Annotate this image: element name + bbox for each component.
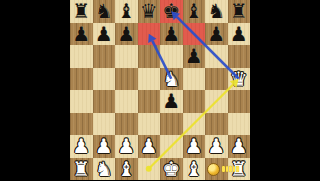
square-d3[interactable] xyxy=(138,113,161,136)
square-e3[interactable] xyxy=(160,113,183,136)
square-b5[interactable] xyxy=(93,68,116,91)
square-a8[interactable]: ♜ xyxy=(70,0,93,23)
square-a3[interactable] xyxy=(70,113,93,136)
square-b2[interactable]: ♟ xyxy=(93,135,116,158)
square-h6[interactable] xyxy=(228,45,251,68)
chess-board: ♜♞♝♛♚♝♞♜♟♟♟♟♟♟♟♞♛♟♟♟♟♟♟♟♟♜♞♝♚♝♜ xyxy=(70,0,250,180)
square-d7[interactable] xyxy=(138,23,161,46)
square-c3[interactable] xyxy=(115,113,138,136)
square-e2[interactable] xyxy=(160,135,183,158)
white-pawn[interactable]: ♟ xyxy=(95,136,113,156)
square-e4[interactable]: ♟ xyxy=(160,90,183,113)
square-g1[interactable] xyxy=(205,158,228,181)
square-h2[interactable]: ♟ xyxy=(228,135,251,158)
square-g6[interactable] xyxy=(205,45,228,68)
square-d5[interactable] xyxy=(138,68,161,91)
black-king[interactable]: ♚ xyxy=(162,1,180,21)
square-b4[interactable] xyxy=(93,90,116,113)
square-d4[interactable] xyxy=(138,90,161,113)
square-e6[interactable] xyxy=(160,45,183,68)
black-rook[interactable]: ♜ xyxy=(72,1,90,21)
square-c2[interactable]: ♟ xyxy=(115,135,138,158)
square-d2[interactable]: ♟ xyxy=(138,135,161,158)
square-g8[interactable]: ♞ xyxy=(205,0,228,23)
square-b7[interactable]: ♟ xyxy=(93,23,116,46)
square-h7[interactable]: ♟ xyxy=(228,23,251,46)
square-b8[interactable]: ♞ xyxy=(93,0,116,23)
black-pawn[interactable]: ♟ xyxy=(95,23,113,43)
square-g3[interactable] xyxy=(205,113,228,136)
letterbox-left xyxy=(0,0,70,180)
square-d6[interactable] xyxy=(138,45,161,68)
square-h4[interactable] xyxy=(228,90,251,113)
board-grid: ♜♞♝♛♚♝♞♜♟♟♟♟♟♟♟♞♛♟♟♟♟♟♟♟♟♜♞♝♚♝♜ xyxy=(70,0,250,180)
square-h3[interactable] xyxy=(228,113,251,136)
square-a7[interactable]: ♟ xyxy=(70,23,93,46)
square-e8[interactable]: ♚ xyxy=(160,0,183,23)
square-f8[interactable]: ♝ xyxy=(183,0,206,23)
square-c4[interactable] xyxy=(115,90,138,113)
black-bishop[interactable]: ♝ xyxy=(185,1,203,21)
square-a4[interactable] xyxy=(70,90,93,113)
square-c1[interactable]: ♝ xyxy=(115,158,138,181)
square-e7[interactable]: ♟ xyxy=(160,23,183,46)
black-knight[interactable]: ♞ xyxy=(95,1,113,21)
black-pawn[interactable]: ♟ xyxy=(72,23,90,43)
square-f6[interactable]: ♟ xyxy=(183,45,206,68)
black-rook[interactable]: ♜ xyxy=(230,1,248,21)
black-pawn[interactable]: ♟ xyxy=(230,23,248,43)
square-d1[interactable] xyxy=(138,158,161,181)
square-f5[interactable] xyxy=(183,68,206,91)
square-b3[interactable] xyxy=(93,113,116,136)
square-a2[interactable]: ♟ xyxy=(70,135,93,158)
white-knight[interactable]: ♞ xyxy=(162,68,180,88)
white-rook[interactable]: ♜ xyxy=(230,158,248,178)
black-pawn[interactable]: ♟ xyxy=(185,46,203,66)
black-bishop[interactable]: ♝ xyxy=(117,1,135,21)
square-h1[interactable]: ♜ xyxy=(228,158,251,181)
square-f7[interactable] xyxy=(183,23,206,46)
white-queen[interactable]: ♛ xyxy=(230,68,248,88)
white-knight[interactable]: ♞ xyxy=(95,158,113,178)
square-f2[interactable]: ♟ xyxy=(183,135,206,158)
white-rook[interactable]: ♜ xyxy=(72,158,90,178)
square-e5[interactable]: ♞ xyxy=(160,68,183,91)
square-b1[interactable]: ♞ xyxy=(93,158,116,181)
square-g4[interactable] xyxy=(205,90,228,113)
square-e1[interactable]: ♚ xyxy=(160,158,183,181)
square-f4[interactable] xyxy=(183,90,206,113)
square-c8[interactable]: ♝ xyxy=(115,0,138,23)
square-a1[interactable]: ♜ xyxy=(70,158,93,181)
white-pawn[interactable]: ♟ xyxy=(140,136,158,156)
square-g5[interactable] xyxy=(205,68,228,91)
white-bishop[interactable]: ♝ xyxy=(117,158,135,178)
square-b6[interactable] xyxy=(93,45,116,68)
black-pawn[interactable]: ♟ xyxy=(162,23,180,43)
video-frame: ♜♞♝♛♚♝♞♜♟♟♟♟♟♟♟♞♛♟♟♟♟♟♟♟♟♜♞♝♚♝♜ xyxy=(0,0,320,180)
black-pawn[interactable]: ♟ xyxy=(162,91,180,111)
square-f1[interactable]: ♝ xyxy=(183,158,206,181)
black-knight[interactable]: ♞ xyxy=(207,1,225,21)
white-pawn[interactable]: ♟ xyxy=(72,136,90,156)
white-king[interactable]: ♚ xyxy=(162,158,180,178)
white-pawn[interactable]: ♟ xyxy=(207,136,225,156)
square-c6[interactable] xyxy=(115,45,138,68)
square-h5[interactable]: ♛ xyxy=(228,68,251,91)
square-g2[interactable]: ♟ xyxy=(205,135,228,158)
square-d8[interactable]: ♛ xyxy=(138,0,161,23)
square-c5[interactable] xyxy=(115,68,138,91)
letterbox-right xyxy=(250,0,320,180)
black-pawn[interactable]: ♟ xyxy=(207,23,225,43)
white-bishop[interactable]: ♝ xyxy=(185,158,203,178)
square-f3[interactable] xyxy=(183,113,206,136)
square-a5[interactable] xyxy=(70,68,93,91)
black-queen[interactable]: ♛ xyxy=(140,1,158,21)
white-pawn[interactable]: ♟ xyxy=(185,136,203,156)
black-pawn[interactable]: ♟ xyxy=(117,23,135,43)
square-g7[interactable]: ♟ xyxy=(205,23,228,46)
white-pawn[interactable]: ♟ xyxy=(230,136,248,156)
square-c7[interactable]: ♟ xyxy=(115,23,138,46)
square-h8[interactable]: ♜ xyxy=(228,0,251,23)
white-pawn[interactable]: ♟ xyxy=(117,136,135,156)
square-a6[interactable] xyxy=(70,45,93,68)
